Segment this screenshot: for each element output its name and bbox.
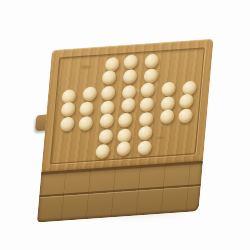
board-hole (77, 101, 98, 117)
board-hole (56, 117, 77, 133)
board-hole (114, 127, 135, 143)
marble[interactable] (95, 144, 110, 159)
board-corner (179, 65, 200, 81)
marble[interactable] (160, 109, 175, 124)
board-hole (78, 86, 99, 102)
marble[interactable] (121, 98, 136, 113)
solitaire-board-grid (53, 51, 201, 162)
board-hole (101, 56, 122, 72)
board-corner (174, 123, 195, 139)
board-hole (99, 71, 120, 87)
board-corner (61, 59, 82, 75)
board-corner (79, 72, 100, 88)
board-corner (153, 138, 174, 154)
board-hole (178, 79, 199, 95)
board-hole (137, 97, 158, 113)
board-hole (117, 98, 138, 114)
marble[interactable] (122, 70, 137, 85)
marble[interactable] (101, 85, 116, 100)
board-hole (76, 115, 97, 131)
board-corner (160, 52, 181, 68)
board-corner (59, 73, 80, 89)
marble[interactable] (118, 113, 133, 128)
marble[interactable] (98, 128, 113, 143)
marble[interactable] (60, 117, 75, 132)
product-photo (0, 0, 250, 250)
board-corner (159, 66, 180, 82)
board-hole (97, 99, 118, 115)
board-corner (74, 130, 95, 146)
board-corner (173, 137, 194, 153)
board-hole (175, 108, 196, 124)
solitaire-box (37, 39, 214, 223)
board-hole (118, 84, 139, 100)
marble[interactable] (116, 141, 131, 156)
marble[interactable] (101, 70, 116, 85)
board-hole (121, 55, 142, 71)
marble[interactable] (179, 94, 194, 109)
marble[interactable] (79, 101, 94, 116)
board-hole (58, 88, 79, 104)
marble[interactable] (144, 54, 159, 69)
marble[interactable] (138, 125, 153, 140)
board-hole (155, 110, 176, 126)
board-hole (141, 53, 162, 69)
board-hole (116, 112, 137, 128)
board-hole (119, 69, 140, 85)
board-corner (73, 144, 94, 160)
board-hole (94, 128, 115, 144)
board-corner (54, 131, 75, 147)
board-hole (98, 85, 119, 101)
board-hole (157, 95, 178, 111)
board-hole (158, 81, 179, 97)
board-hole (139, 68, 160, 84)
marble[interactable] (178, 109, 193, 124)
board-hole (93, 143, 114, 159)
board-corner (154, 124, 175, 140)
marble[interactable] (61, 102, 76, 117)
marble[interactable] (137, 140, 152, 155)
marble[interactable] (99, 113, 114, 128)
marble[interactable] (139, 97, 154, 112)
board-hole (136, 111, 157, 127)
board-hole (96, 114, 117, 130)
board-hole (113, 141, 134, 157)
drawer-seam-line (39, 184, 201, 197)
board-hole (177, 94, 198, 110)
marble[interactable] (82, 86, 97, 101)
board-hole (57, 102, 78, 118)
marble[interactable] (123, 55, 138, 70)
board-hole (133, 140, 154, 156)
board-top (41, 39, 213, 173)
board-corner (180, 51, 201, 67)
board-groove (50, 47, 205, 164)
marble[interactable] (161, 81, 176, 96)
board-hole (134, 125, 155, 141)
marble[interactable] (140, 82, 155, 97)
board-corner (81, 58, 102, 74)
board-corner (53, 145, 74, 161)
board-hole (138, 82, 159, 98)
